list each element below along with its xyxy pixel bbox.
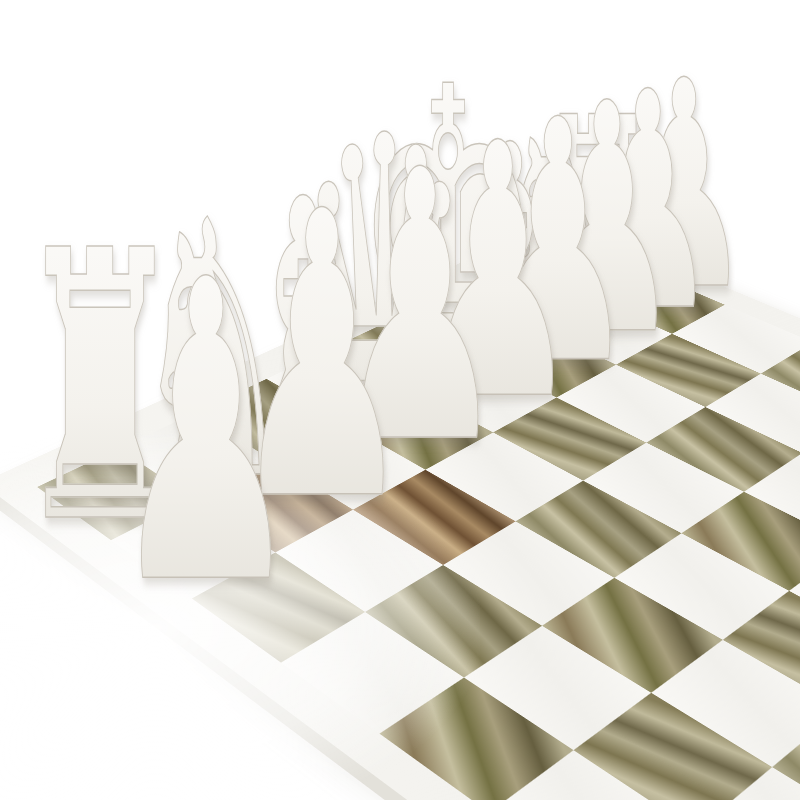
photo-stage: ♜♞♝♛♚♝♞♜♟♟♟♟♟♟♟♟ [0,0,800,800]
piece-a2-white-pawn: ♟ [109,227,302,641]
pieces-layer: ♜♞♝♛♚♝♞♜♟♟♟♟♟♟♟♟ [0,0,800,800]
